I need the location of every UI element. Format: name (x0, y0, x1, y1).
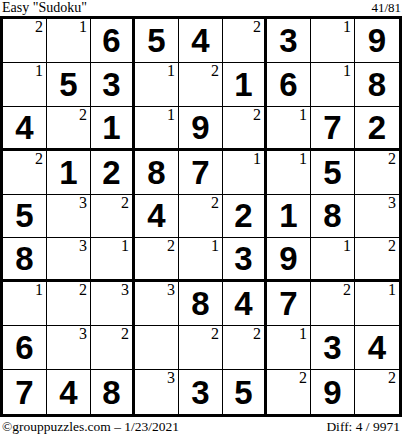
given-digit: 4 (47, 370, 90, 414)
cell-r8c1[interactable]: 6 (3, 326, 47, 370)
given-digit: 8 (135, 151, 178, 194)
pencil-mark: 1 (211, 238, 219, 254)
pencil-mark: 1 (343, 63, 351, 79)
given-digit: 4 (355, 326, 399, 369)
pencil-mark: 2 (211, 195, 219, 211)
given-digit: 3 (223, 238, 264, 279)
pencil-mark: 2 (388, 370, 396, 386)
given-digit: 2 (355, 107, 399, 148)
cell-r6c5[interactable]: 1 (179, 238, 223, 282)
given-digit: 4 (223, 282, 264, 325)
pencil-mark: 3 (167, 282, 175, 298)
cell-r4c4[interactable]: 8 (135, 151, 179, 195)
cell-r6c8[interactable]: 1 (311, 238, 355, 282)
pencil-mark: 2 (388, 151, 396, 167)
cell-r4c7[interactable]: 1 (267, 151, 311, 195)
cell-r1c7[interactable]: 3 (267, 19, 311, 63)
cell-r9c5[interactable]: 3 (179, 370, 223, 414)
cell-r8c4[interactable] (135, 326, 179, 370)
given-digit: 5 (135, 19, 178, 62)
given-digit: 6 (91, 19, 132, 62)
given-digit: 3 (267, 19, 310, 62)
cell-r7c8[interactable]: 2 (311, 282, 355, 326)
given-digit: 6 (267, 63, 310, 106)
cell-r2c8[interactable]: 1 (311, 63, 355, 107)
pencil-mark: 3 (79, 195, 87, 211)
cell-r9c4[interactable]: 3 (135, 370, 179, 414)
cell-r1c4[interactable]: 5 (135, 19, 179, 63)
pencil-mark: 3 (79, 326, 87, 342)
pencil-mark: 1 (343, 19, 351, 35)
cell-r5c6[interactable]: 2 (223, 195, 267, 239)
cell-r3c7[interactable]: 1 (267, 107, 311, 151)
cell-r7c2[interactable]: 2 (47, 282, 91, 326)
cell-r6c2[interactable]: 3 (47, 238, 91, 282)
given-digit: 8 (311, 195, 354, 238)
cell-r1c1[interactable]: 2 (3, 19, 47, 63)
pencil-mark: 2 (211, 326, 219, 342)
cell-r5c4[interactable]: 4 (135, 195, 179, 239)
cell-r3c9[interactable]: 2 (355, 107, 399, 151)
cell-r7c9[interactable]: 1 (355, 282, 399, 326)
pencil-mark: 3 (79, 238, 87, 254)
cell-r9c1[interactable]: 7 (3, 370, 47, 414)
given-digit: 9 (311, 370, 354, 414)
cell-r4c3[interactable]: 2 (91, 151, 135, 195)
cell-r5c2[interactable]: 3 (47, 195, 91, 239)
pencil-mark: 2 (343, 282, 351, 298)
cell-r7c4[interactable]: 3 (135, 282, 179, 326)
given-digit: 7 (3, 370, 46, 414)
cell-r5c1[interactable]: 5 (3, 195, 47, 239)
pencil-mark: 1 (299, 326, 307, 342)
cell-r3c3[interactable]: 1 (91, 107, 135, 151)
pencil-mark: 1 (253, 151, 261, 167)
pencil-mark: 2 (35, 19, 43, 35)
given-digit: 7 (179, 151, 222, 194)
cell-r8c3[interactable]: 2 (91, 326, 135, 370)
cell-r4c2[interactable]: 1 (47, 151, 91, 195)
pencil-mark: 2 (253, 326, 261, 342)
pencil-mark: 3 (388, 195, 396, 211)
pencil-mark: 1 (299, 107, 307, 123)
cell-r8c8[interactable]: 3 (311, 326, 355, 370)
cell-r7c3[interactable]: 3 (91, 282, 135, 326)
pencil-mark: 2 (211, 63, 219, 79)
given-digit: 4 (135, 195, 178, 238)
pencil-mark: 1 (167, 107, 175, 123)
cell-r2c7[interactable]: 6 (267, 63, 311, 107)
pencil-mark: 1 (121, 238, 129, 254)
pencil-mark: 2 (388, 238, 396, 254)
pencil-mark: 3 (167, 370, 175, 386)
given-digit: 3 (91, 63, 132, 106)
pencil-mark: 2 (121, 195, 129, 211)
cell-r9c8[interactable]: 9 (311, 370, 355, 414)
filled-count: 41/81 (371, 1, 401, 15)
cell-r9c6[interactable]: 5 (223, 370, 267, 414)
cell-r8c7[interactable]: 1 (267, 326, 311, 370)
given-digit: 9 (355, 19, 399, 62)
cell-r2c1[interactable]: 1 (3, 63, 47, 107)
given-digit: 4 (3, 107, 46, 148)
cell-r1c9[interactable]: 9 (355, 19, 399, 63)
cell-r4c1[interactable]: 2 (3, 151, 47, 195)
cell-r7c7[interactable]: 7 (267, 282, 311, 326)
given-digit: 7 (267, 282, 310, 325)
cell-r4c9[interactable]: 2 (355, 151, 399, 195)
given-digit: 6 (3, 326, 46, 369)
given-digit: 5 (47, 63, 90, 106)
given-digit: 1 (223, 63, 264, 106)
given-digit: 1 (91, 107, 132, 148)
cell-r9c7[interactable]: 2 (267, 370, 311, 414)
given-digit: 2 (91, 151, 132, 194)
pencil-mark: 3 (121, 282, 129, 298)
cell-r1c2[interactable]: 1 (47, 19, 91, 63)
given-digit: 5 (3, 195, 46, 238)
pencil-mark: 1 (35, 63, 43, 79)
pencil-mark: 2 (253, 107, 261, 123)
given-digit: 9 (179, 107, 222, 148)
given-digit: 3 (311, 326, 354, 369)
cell-r6c1[interactable]: 8 (3, 238, 47, 282)
cell-r6c6[interactable]: 3 (223, 238, 267, 282)
pencil-mark: 2 (253, 19, 261, 35)
cell-r9c3[interactable]: 8 (91, 370, 135, 414)
given-digit: 8 (91, 370, 132, 414)
given-digit: 8 (3, 238, 46, 279)
cell-r1c8[interactable]: 1 (311, 19, 355, 63)
given-digit: 4 (179, 19, 222, 62)
pencil-mark: 2 (79, 282, 87, 298)
cell-r8c6[interactable]: 2 (223, 326, 267, 370)
given-digit: 3 (179, 370, 222, 414)
given-digit: 5 (223, 370, 264, 414)
pencil-mark: 2 (167, 238, 175, 254)
given-digit: 7 (311, 107, 354, 148)
sudoku-page: Easy "Sudoku" 41/81 21654231915312161842… (0, 0, 402, 437)
pencil-mark: 2 (35, 151, 43, 167)
pencil-mark: 2 (299, 370, 307, 386)
page-title: Easy "Sudoku" (2, 1, 87, 15)
given-digit: 8 (355, 63, 399, 106)
cell-r6c3[interactable]: 1 (91, 238, 135, 282)
pencil-mark: 1 (388, 282, 396, 298)
cell-r6c9[interactable]: 2 (355, 238, 399, 282)
cell-r9c2[interactable]: 4 (47, 370, 91, 414)
cell-r1c5[interactable]: 4 (179, 19, 223, 63)
given-digit: 1 (47, 151, 90, 194)
given-digit: 5 (311, 151, 354, 194)
cell-r5c3[interactable]: 2 (91, 195, 135, 239)
difficulty-text: Diff: 4 / 9971 (326, 419, 400, 435)
cell-r3c1[interactable]: 4 (3, 107, 47, 151)
cell-r2c6[interactable]: 1 (223, 63, 267, 107)
given-digit: 1 (267, 195, 310, 238)
pencil-mark: 1 (79, 19, 87, 35)
cell-r7c1[interactable]: 1 (3, 282, 47, 326)
sudoku-grid: 2165423191531216184211921722128711525324… (0, 16, 402, 417)
cell-r5c9[interactable]: 3 (355, 195, 399, 239)
cell-r9c9[interactable]: 2 (355, 370, 399, 414)
cell-r5c8[interactable]: 8 (311, 195, 355, 239)
cell-r7c6[interactable]: 4 (223, 282, 267, 326)
pencil-mark: 1 (299, 151, 307, 167)
cell-r5c5[interactable]: 2 (179, 195, 223, 239)
cell-r2c9[interactable]: 8 (355, 63, 399, 107)
pencil-mark: 1 (167, 63, 175, 79)
cell-r2c5[interactable]: 2 (179, 63, 223, 107)
given-digit: 2 (223, 195, 264, 238)
pencil-mark: 1 (35, 282, 43, 298)
cell-r1c6[interactable]: 2 (223, 19, 267, 63)
cell-r3c6[interactable]: 2 (223, 107, 267, 151)
pencil-mark: 2 (121, 326, 129, 342)
cell-r3c5[interactable]: 9 (179, 107, 223, 151)
cell-r2c4[interactable]: 1 (135, 63, 179, 107)
cell-r8c5[interactable]: 2 (179, 326, 223, 370)
cell-r3c8[interactable]: 7 (311, 107, 355, 151)
cell-r4c5[interactable]: 7 (179, 151, 223, 195)
cell-r8c9[interactable]: 4 (355, 326, 399, 370)
copyright-text: ©grouppuzzles.com – 1/23/2021 (2, 419, 179, 435)
cell-r2c2[interactable]: 5 (47, 63, 91, 107)
cell-r4c6[interactable]: 1 (223, 151, 267, 195)
cell-r1c3[interactable]: 6 (91, 19, 135, 63)
cell-r8c2[interactable]: 3 (47, 326, 91, 370)
cell-r5c7[interactable]: 1 (267, 195, 311, 239)
given-digit: 8 (179, 282, 222, 325)
header: Easy "Sudoku" 41/81 (0, 0, 402, 16)
cell-r7c5[interactable]: 8 (179, 282, 223, 326)
cell-r2c3[interactable]: 3 (91, 63, 135, 107)
cell-r3c2[interactable]: 2 (47, 107, 91, 151)
given-digit: 9 (267, 238, 310, 279)
cell-r3c4[interactable]: 1 (135, 107, 179, 151)
footer: ©grouppuzzles.com – 1/23/2021 Diff: 4 / … (0, 418, 402, 436)
cell-r6c4[interactable]: 2 (135, 238, 179, 282)
cell-r4c8[interactable]: 5 (311, 151, 355, 195)
pencil-mark: 1 (343, 238, 351, 254)
pencil-mark: 2 (79, 107, 87, 123)
cell-r6c7[interactable]: 9 (267, 238, 311, 282)
